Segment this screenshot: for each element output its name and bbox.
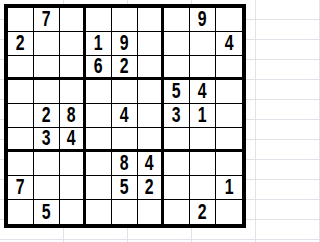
cell-r3c4[interactable]: 6 [86,56,112,80]
given-digit: 4 [120,104,129,127]
cell-r6c4[interactable] [86,128,112,152]
cell-r7c5[interactable]: 8 [112,152,138,176]
given-digit: 5 [120,176,129,199]
cell-r9c2[interactable]: 5 [34,200,60,224]
sudoku-board: 7921946254284313484752152 [4,4,246,228]
cell-r6c1[interactable] [8,128,34,152]
cell-r4c7[interactable]: 5 [164,80,190,104]
cell-r8c6[interactable]: 2 [138,176,164,200]
cell-r1c4[interactable] [86,8,112,32]
cell-r1c7[interactable] [164,8,190,32]
cell-r3c7[interactable] [164,56,190,80]
cell-r7c9[interactable] [216,152,242,176]
cell-r8c9[interactable]: 1 [216,176,242,200]
given-digit: 2 [198,201,207,224]
cell-r5c1[interactable] [8,104,34,128]
cell-r8c8[interactable] [190,176,216,200]
cell-r2c1[interactable]: 2 [8,32,34,56]
cell-r2c8[interactable] [190,32,216,56]
given-digit: 7 [16,176,25,199]
cell-r8c5[interactable]: 5 [112,176,138,200]
cell-r8c7[interactable] [164,176,190,200]
cell-r6c6[interactable] [138,128,164,152]
cell-r8c3[interactable] [60,176,86,200]
cell-r6c5[interactable] [112,128,138,152]
given-digit: 4 [198,80,207,103]
given-digit: 1 [198,104,207,127]
cell-r2c6[interactable] [138,32,164,56]
cell-r9c6[interactable] [138,200,164,224]
given-digit: 4 [225,32,234,55]
given-digit: 5 [42,201,51,224]
cell-r7c4[interactable] [86,152,112,176]
cell-r6c8[interactable] [190,128,216,152]
cell-r1c8[interactable]: 9 [190,8,216,32]
cell-r7c7[interactable] [164,152,190,176]
cell-r5c9[interactable] [216,104,242,128]
cell-r6c7[interactable] [164,128,190,152]
cell-r3c6[interactable] [138,56,164,80]
cell-r8c4[interactable] [86,176,112,200]
cell-r7c6[interactable]: 4 [138,152,164,176]
cell-r4c1[interactable] [8,80,34,104]
cell-r4c6[interactable] [138,80,164,104]
given-digit: 5 [172,80,181,103]
given-digit: 8 [67,104,76,127]
cell-r9c3[interactable] [60,200,86,224]
cell-r4c5[interactable] [112,80,138,104]
cell-r5c7[interactable]: 3 [164,104,190,128]
cell-r6c3[interactable]: 4 [60,128,86,152]
cell-r9c4[interactable] [86,200,112,224]
given-digit: 7 [42,8,51,31]
given-digit: 8 [120,152,129,175]
cell-r7c2[interactable] [34,152,60,176]
given-digit: 3 [42,127,51,150]
given-digit: 1 [94,32,103,55]
cell-r1c5[interactable] [112,8,138,32]
cell-r5c5[interactable]: 4 [112,104,138,128]
cell-r9c8[interactable]: 2 [190,200,216,224]
cell-r1c1[interactable] [8,8,34,32]
given-digit: 2 [16,32,25,55]
given-digit: 4 [67,127,76,150]
cell-r4c3[interactable] [60,80,86,104]
cell-r3c8[interactable] [190,56,216,80]
cell-r1c2[interactable]: 7 [34,8,60,32]
cell-r6c2[interactable]: 3 [34,128,60,152]
cell-r2c3[interactable] [60,32,86,56]
given-digit: 3 [172,104,181,127]
given-digit: 4 [145,152,154,175]
cell-r9c7[interactable] [164,200,190,224]
given-digit: 2 [42,104,51,127]
cell-r3c2[interactable] [34,56,60,80]
cell-r3c9[interactable] [216,56,242,80]
given-digit: 9 [120,32,129,55]
cell-r5c8[interactable]: 1 [190,104,216,128]
cell-r4c2[interactable] [34,80,60,104]
cell-r5c4[interactable] [86,104,112,128]
cell-r8c1[interactable]: 7 [8,176,34,200]
given-digit: 2 [120,55,129,78]
cell-r4c8[interactable]: 4 [190,80,216,104]
cell-r2c2[interactable] [34,32,60,56]
cell-r4c9[interactable] [216,80,242,104]
cell-r3c5[interactable]: 2 [112,56,138,80]
cell-r5c6[interactable] [138,104,164,128]
cell-r7c1[interactable] [8,152,34,176]
cell-r9c9[interactable] [216,200,242,224]
given-digit: 9 [198,8,207,31]
cell-r8c2[interactable] [34,176,60,200]
cell-r2c9[interactable]: 4 [216,32,242,56]
cell-r9c5[interactable] [112,200,138,224]
cell-r3c3[interactable] [60,56,86,80]
cell-r3c1[interactable] [8,56,34,80]
cell-r9c1[interactable] [8,200,34,224]
cell-r6c9[interactable] [216,128,242,152]
cell-r7c3[interactable] [60,152,86,176]
cell-r4c4[interactable] [86,80,112,104]
given-digit: 1 [225,176,234,199]
cell-r7c8[interactable] [190,152,216,176]
cell-r1c6[interactable] [138,8,164,32]
cell-r2c7[interactable] [164,32,190,56]
given-digit: 2 [145,176,154,199]
given-digit: 6 [94,55,103,78]
cell-r1c9[interactable] [216,8,242,32]
cell-r1c3[interactable] [60,8,86,32]
